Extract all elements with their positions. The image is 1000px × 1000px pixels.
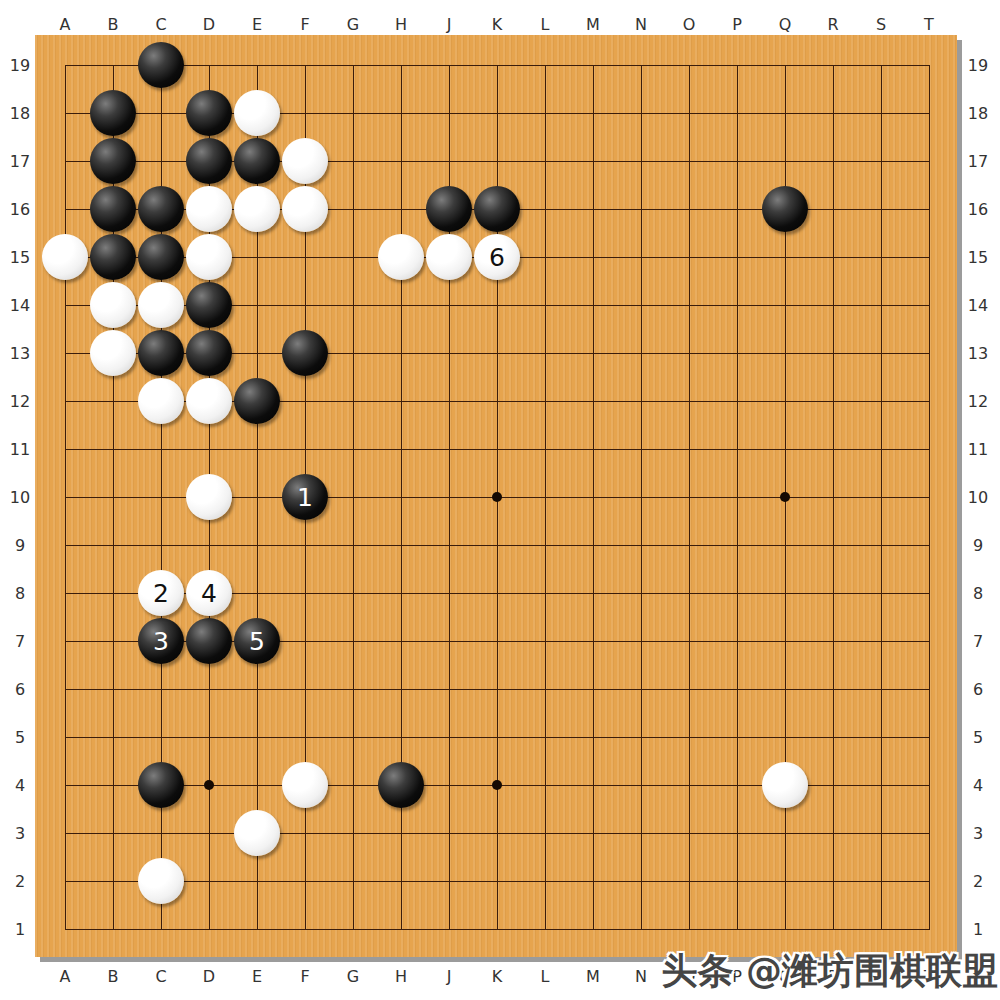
coord-label-bottom-E: E <box>252 967 262 986</box>
stone-black-B18 <box>90 90 136 136</box>
coord-label-right-1: 1 <box>973 920 983 939</box>
stone-black-E12 <box>234 378 280 424</box>
coord-label-left-3: 3 <box>15 824 25 843</box>
coord-label-top-S: S <box>876 15 886 34</box>
stone-white-D16 <box>186 186 232 232</box>
coord-label-bottom-G: G <box>347 967 359 986</box>
coord-label-left-5: 5 <box>15 728 25 747</box>
stone-black-Q16 <box>762 186 808 232</box>
stone-white-D10 <box>186 474 232 520</box>
coord-label-right-12: 12 <box>968 392 988 411</box>
move-number-1: 1 <box>297 485 313 510</box>
stone-white-F17 <box>282 138 328 184</box>
coord-label-top-R: R <box>827 15 838 34</box>
stone-white-H15 <box>378 234 424 280</box>
coord-label-bottom-C: C <box>155 967 166 986</box>
stone-white-B13 <box>90 330 136 376</box>
stone-white-D12 <box>186 378 232 424</box>
coord-label-left-12: 12 <box>10 392 30 411</box>
coord-label-bottom-K: K <box>492 967 503 986</box>
stone-black-C4 <box>138 762 184 808</box>
stone-black-J16 <box>426 186 472 232</box>
coord-label-left-6: 6 <box>15 680 25 699</box>
stone-black-K16 <box>474 186 520 232</box>
stone-black-D7 <box>186 618 232 664</box>
coord-label-right-5: 5 <box>973 728 983 747</box>
coord-label-left-19: 19 <box>10 56 30 75</box>
stone-white-Q4 <box>762 762 808 808</box>
stone-white-C8: 2 <box>138 570 184 616</box>
stone-black-D17 <box>186 138 232 184</box>
go-diagram-page: 135624 头条 @潍坊围棋联盟 AABBCCDDEEFFGGHHJJKKLL… <box>0 0 1000 1000</box>
coord-label-top-T: T <box>924 15 934 34</box>
coord-label-right-11: 11 <box>968 440 988 459</box>
stone-white-D15 <box>186 234 232 280</box>
stone-black-C13 <box>138 330 184 376</box>
stone-black-E7: 5 <box>234 618 280 664</box>
star-point-K4 <box>492 780 502 790</box>
coord-label-left-14: 14 <box>10 296 30 315</box>
coord-label-top-C: C <box>155 15 166 34</box>
stone-black-D13 <box>186 330 232 376</box>
stone-white-B14 <box>90 282 136 328</box>
stone-black-C15 <box>138 234 184 280</box>
coord-label-top-M: M <box>586 15 600 34</box>
coord-label-left-11: 11 <box>10 440 30 459</box>
coord-label-top-H: H <box>395 15 407 34</box>
coord-label-top-E: E <box>252 15 262 34</box>
coord-label-top-D: D <box>203 15 215 34</box>
coord-label-top-Q: Q <box>779 15 792 34</box>
coord-label-right-4: 4 <box>973 776 983 795</box>
star-point-D4 <box>204 780 214 790</box>
coord-label-right-17: 17 <box>968 152 988 171</box>
coord-label-top-N: N <box>635 15 647 34</box>
coord-label-bottom-A: A <box>60 967 71 986</box>
coord-label-right-18: 18 <box>968 104 988 123</box>
coord-label-left-4: 4 <box>15 776 25 795</box>
stone-white-D8: 4 <box>186 570 232 616</box>
stone-white-A15 <box>42 234 88 280</box>
watermark: 头条 @潍坊围棋联盟 <box>661 947 998 996</box>
star-point-K10 <box>492 492 502 502</box>
coord-label-right-10: 10 <box>968 488 988 507</box>
coord-label-right-8: 8 <box>973 584 983 603</box>
coord-label-left-13: 13 <box>10 344 30 363</box>
coord-label-left-2: 2 <box>15 872 25 891</box>
coord-label-right-13: 13 <box>968 344 988 363</box>
coord-label-left-9: 9 <box>15 536 25 555</box>
stone-black-F10: 1 <box>282 474 328 520</box>
coord-label-right-9: 9 <box>973 536 983 555</box>
stone-white-C12 <box>138 378 184 424</box>
stone-black-B16 <box>90 186 136 232</box>
coord-label-left-7: 7 <box>15 632 25 651</box>
stone-white-E18 <box>234 90 280 136</box>
stone-white-C14 <box>138 282 184 328</box>
coord-label-top-O: O <box>683 15 696 34</box>
star-point-Q10 <box>780 492 790 502</box>
stone-black-H4 <box>378 762 424 808</box>
coord-label-bottom-H: H <box>395 967 407 986</box>
coord-label-bottom-M: M <box>586 967 600 986</box>
coord-label-left-8: 8 <box>15 584 25 603</box>
stone-white-J15 <box>426 234 472 280</box>
coord-label-left-15: 15 <box>10 248 30 267</box>
stone-white-K15: 6 <box>474 234 520 280</box>
stone-black-F13 <box>282 330 328 376</box>
go-board: 135624 <box>35 35 957 957</box>
move-number-2: 2 <box>153 581 169 606</box>
stone-black-C16 <box>138 186 184 232</box>
coord-label-right-3: 3 <box>973 824 983 843</box>
move-number-5: 5 <box>249 629 265 654</box>
coord-label-right-6: 6 <box>973 680 983 699</box>
stone-black-D14 <box>186 282 232 328</box>
coord-label-bottom-B: B <box>108 967 119 986</box>
coord-label-right-2: 2 <box>973 872 983 891</box>
coord-label-left-1: 1 <box>15 920 25 939</box>
move-number-4: 4 <box>201 581 217 606</box>
stone-white-F4 <box>282 762 328 808</box>
coord-label-top-L: L <box>541 15 550 34</box>
stone-black-C19 <box>138 42 184 88</box>
coord-label-top-A: A <box>60 15 71 34</box>
coord-label-right-14: 14 <box>968 296 988 315</box>
coord-label-bottom-J: J <box>447 967 452 986</box>
coord-label-bottom-D: D <box>203 967 215 986</box>
stone-white-C2 <box>138 858 184 904</box>
stone-white-F16 <box>282 186 328 232</box>
stone-black-B17 <box>90 138 136 184</box>
coord-label-left-16: 16 <box>10 200 30 219</box>
coord-label-top-F: F <box>300 15 309 34</box>
stone-black-E17 <box>234 138 280 184</box>
coord-label-left-10: 10 <box>10 488 30 507</box>
move-number-3: 3 <box>153 629 169 654</box>
coord-label-bottom-L: L <box>541 967 550 986</box>
stone-black-B15 <box>90 234 136 280</box>
stone-black-D18 <box>186 90 232 136</box>
coord-label-right-15: 15 <box>968 248 988 267</box>
coord-label-top-J: J <box>447 15 452 34</box>
stone-white-E3 <box>234 810 280 856</box>
coord-label-top-B: B <box>108 15 119 34</box>
move-number-6: 6 <box>489 245 505 270</box>
coord-label-left-18: 18 <box>10 104 30 123</box>
coord-label-top-P: P <box>732 15 742 34</box>
coord-label-left-17: 17 <box>10 152 30 171</box>
coord-label-bottom-N: N <box>635 967 647 986</box>
coord-label-right-7: 7 <box>973 632 983 651</box>
stone-black-C7: 3 <box>138 618 184 664</box>
stone-white-E16 <box>234 186 280 232</box>
coord-label-right-16: 16 <box>968 200 988 219</box>
coord-label-bottom-F: F <box>300 967 309 986</box>
coord-label-top-G: G <box>347 15 359 34</box>
coord-label-top-K: K <box>492 15 503 34</box>
coord-label-right-19: 19 <box>968 56 988 75</box>
